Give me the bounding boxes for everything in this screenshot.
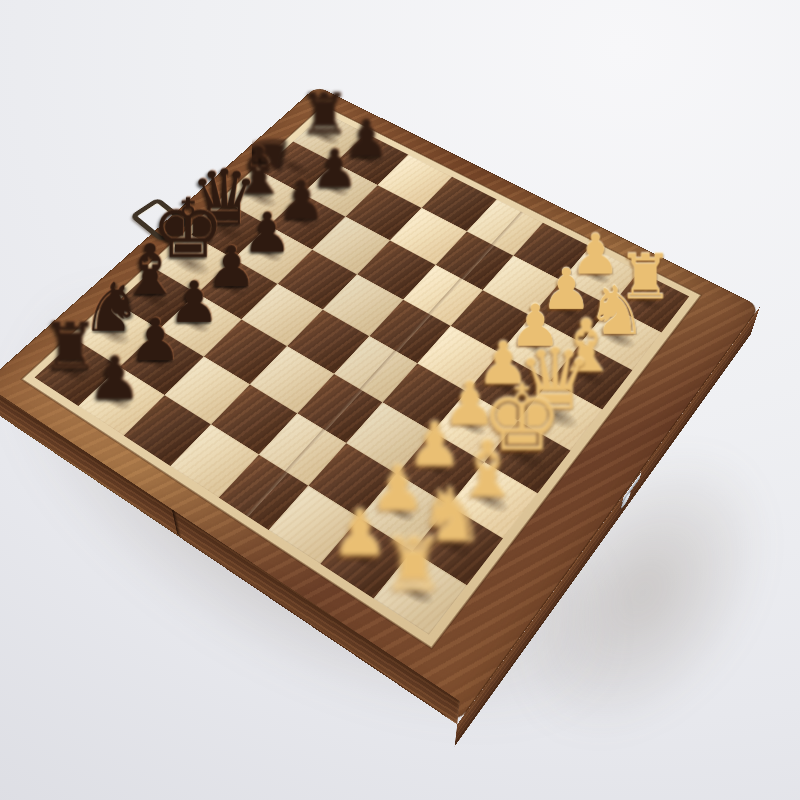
piece-white-r-h1[interactable]: ♜ [363, 527, 466, 600]
piece-glyph: ♟ [88, 348, 142, 408]
chess-set-photo: ♜♟♞♟♝♟♛♟♚♟♟♝♜♟♟♞♞♟♟♜♝♟♟♛♟♚♟♝♟♞♟♜ [0, 0, 800, 800]
maple-inlay-border: ♜♟♞♟♝♟♛♟♚♟♟♝♜♟♟♞♞♟♟♜♝♟♟♛♟♚♟♝♟♞♟♜ [21, 105, 701, 648]
board-case: ♜♟♞♟♝♟♛♟♚♟♟♝♜♟♟♞♞♟♟♜♝♟♟♛♟♚♟♝♟♞♟♜ [0, 86, 760, 724]
piece-glyph: ♜ [381, 527, 446, 600]
piece-black-p-h7[interactable]: ♟ [68, 348, 161, 408]
pieces-layer: ♜♟♞♟♝♟♛♟♚♟♟♝♜♟♟♞♞♟♟♜♝♟♟♛♟♚♟♝♟♞♟♜ [35, 113, 690, 635]
chess-board-3d: ♜♟♞♟♝♟♛♟♚♟♟♝♜♟♟♞♞♟♟♜♝♟♟♛♟♚♟♝♟♞♟♜ [0, 86, 760, 724]
checkerboard: ♜♟♞♟♝♟♛♟♚♟♟♝♜♟♟♞♞♟♟♜♝♟♟♛♟♚♟♝♟♞♟♜ [35, 113, 690, 635]
fold-seam-slit [172, 509, 182, 539]
